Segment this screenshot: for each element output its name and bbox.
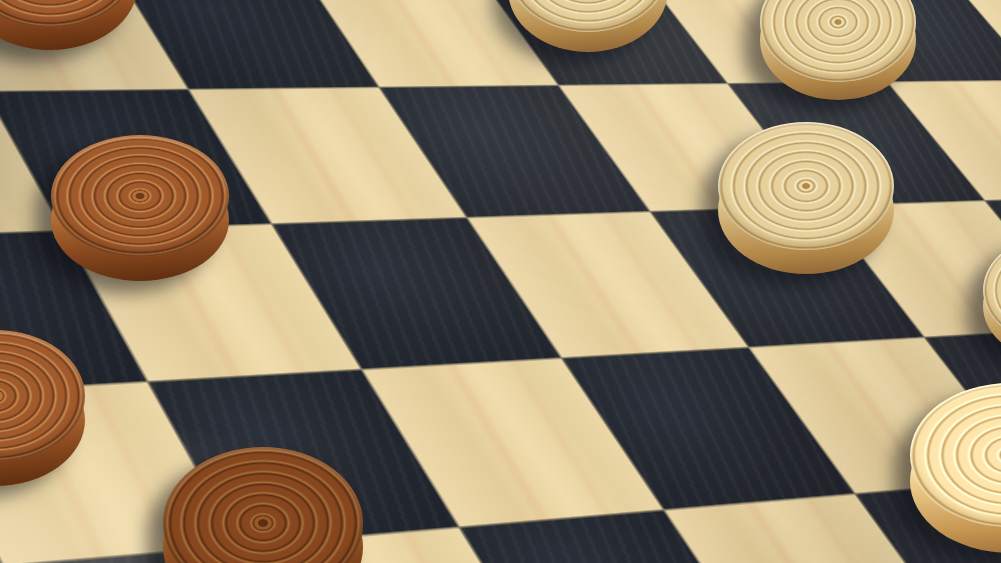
checker-piece-cream[interactable] [983, 235, 1001, 361]
checker-piece-cream[interactable] [910, 383, 1001, 553]
checker-piece-cream[interactable] [508, 0, 668, 52]
checker-piece-brown[interactable] [0, 0, 138, 50]
checker-face-rings [718, 122, 894, 250]
checkers-board-photo [0, 0, 1001, 563]
checker-piece-brown[interactable] [163, 447, 363, 563]
checker-face-rings [51, 135, 229, 257]
checker-piece-brown[interactable] [51, 135, 229, 281]
checker-piece-cream[interactable] [760, 0, 916, 100]
checker-piece-brown[interactable] [0, 330, 85, 486]
checker-piece-cream[interactable] [718, 122, 894, 274]
checker-face-rings [163, 447, 363, 563]
